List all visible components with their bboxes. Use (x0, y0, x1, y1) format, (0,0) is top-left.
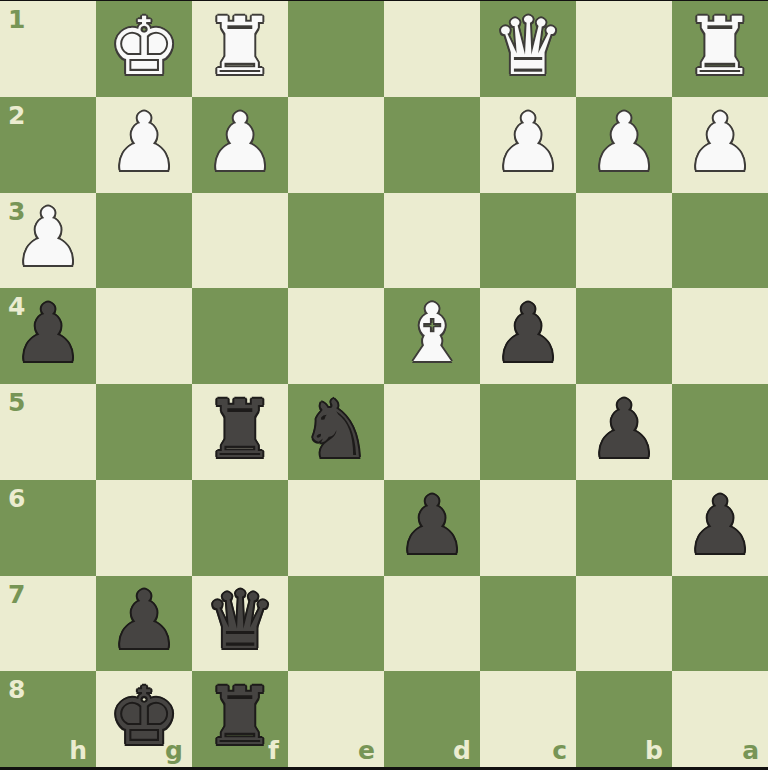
square-f1[interactable]: ♜ (192, 1, 288, 97)
square-b7[interactable] (576, 576, 672, 672)
chess-board: 1♚♜♛♜2♟♟♟♟♟3♟4♟♝♟5♜♞♟6♟♟7♟♛8hg♚f♜edcba (0, 1, 768, 767)
piece-white-bishop[interactable]: ♝ (396, 294, 468, 374)
piece-black-pawn[interactable]: ♟ (684, 486, 756, 566)
square-e5[interactable]: ♞ (288, 384, 384, 480)
square-h3[interactable]: 3♟ (0, 193, 96, 289)
square-f6[interactable] (192, 480, 288, 576)
square-c8[interactable]: c (480, 671, 576, 767)
square-d7[interactable] (384, 576, 480, 672)
square-d3[interactable] (384, 193, 480, 289)
square-c4[interactable]: ♟ (480, 288, 576, 384)
square-e3[interactable] (288, 193, 384, 289)
square-g8[interactable]: g♚ (96, 671, 192, 767)
square-e7[interactable] (288, 576, 384, 672)
piece-white-queen[interactable]: ♛ (492, 7, 564, 87)
square-e1[interactable] (288, 1, 384, 97)
piece-white-rook[interactable]: ♜ (204, 7, 276, 87)
piece-white-pawn[interactable]: ♟ (492, 103, 564, 183)
square-f4[interactable] (192, 288, 288, 384)
square-c5[interactable] (480, 384, 576, 480)
rank-label-8: 8 (8, 677, 25, 702)
square-a2[interactable]: ♟ (672, 97, 768, 193)
square-e4[interactable] (288, 288, 384, 384)
rank-label-1: 1 (8, 7, 25, 32)
square-b8[interactable]: b (576, 671, 672, 767)
square-h5[interactable]: 5 (0, 384, 96, 480)
square-a8[interactable]: a (672, 671, 768, 767)
square-g4[interactable] (96, 288, 192, 384)
piece-white-rook[interactable]: ♜ (684, 7, 756, 87)
piece-black-rook[interactable]: ♜ (204, 677, 276, 757)
square-h8[interactable]: 8h (0, 671, 96, 767)
square-g2[interactable]: ♟ (96, 97, 192, 193)
square-g1[interactable]: ♚ (96, 1, 192, 97)
square-d1[interactable] (384, 1, 480, 97)
square-d2[interactable] (384, 97, 480, 193)
square-a7[interactable] (672, 576, 768, 672)
rank-label-6: 6 (8, 486, 25, 511)
square-c7[interactable] (480, 576, 576, 672)
file-label-b: b (645, 738, 663, 763)
square-h2[interactable]: 2 (0, 97, 96, 193)
square-b3[interactable] (576, 193, 672, 289)
piece-black-queen[interactable]: ♛ (204, 581, 276, 661)
rank-label-7: 7 (8, 582, 25, 607)
square-g7[interactable]: ♟ (96, 576, 192, 672)
square-b1[interactable] (576, 1, 672, 97)
square-b4[interactable] (576, 288, 672, 384)
square-a5[interactable] (672, 384, 768, 480)
square-g3[interactable] (96, 193, 192, 289)
square-a1[interactable]: ♜ (672, 1, 768, 97)
square-h1[interactable]: 1 (0, 1, 96, 97)
square-e2[interactable] (288, 97, 384, 193)
piece-black-rook[interactable]: ♜ (204, 390, 276, 470)
piece-black-knight[interactable]: ♞ (300, 390, 372, 470)
piece-white-pawn[interactable]: ♟ (684, 103, 756, 183)
square-a3[interactable] (672, 193, 768, 289)
square-f2[interactable]: ♟ (192, 97, 288, 193)
square-f7[interactable]: ♛ (192, 576, 288, 672)
rank-label-5: 5 (8, 390, 25, 415)
square-b2[interactable]: ♟ (576, 97, 672, 193)
square-c1[interactable]: ♛ (480, 1, 576, 97)
file-label-e: e (358, 738, 375, 763)
file-label-c: c (552, 738, 567, 763)
piece-black-pawn[interactable]: ♟ (588, 390, 660, 470)
square-h7[interactable]: 7 (0, 576, 96, 672)
rank-label-2: 2 (8, 103, 25, 128)
square-b5[interactable]: ♟ (576, 384, 672, 480)
piece-black-pawn[interactable]: ♟ (396, 486, 468, 566)
piece-black-king[interactable]: ♚ (108, 677, 180, 757)
page-background: 1♚♜♛♜2♟♟♟♟♟3♟4♟♝♟5♜♞♟6♟♟7♟♛8hg♚f♜edcba (0, 0, 768, 770)
square-c3[interactable] (480, 193, 576, 289)
piece-white-pawn[interactable]: ♟ (588, 103, 660, 183)
square-f3[interactable] (192, 193, 288, 289)
square-a4[interactable] (672, 288, 768, 384)
piece-white-king[interactable]: ♚ (108, 7, 180, 87)
square-f8[interactable]: f♜ (192, 671, 288, 767)
square-d5[interactable] (384, 384, 480, 480)
piece-black-pawn[interactable]: ♟ (12, 294, 84, 374)
piece-white-pawn[interactable]: ♟ (12, 198, 84, 278)
square-e8[interactable]: e (288, 671, 384, 767)
square-d4[interactable]: ♝ (384, 288, 480, 384)
piece-black-pawn[interactable]: ♟ (492, 294, 564, 374)
square-c2[interactable]: ♟ (480, 97, 576, 193)
piece-white-pawn[interactable]: ♟ (108, 103, 180, 183)
square-h4[interactable]: 4♟ (0, 288, 96, 384)
piece-black-pawn[interactable]: ♟ (108, 581, 180, 661)
square-f5[interactable]: ♜ (192, 384, 288, 480)
square-c6[interactable] (480, 480, 576, 576)
square-d8[interactable]: d (384, 671, 480, 767)
square-e6[interactable] (288, 480, 384, 576)
square-g6[interactable] (96, 480, 192, 576)
file-label-a: a (742, 738, 759, 763)
square-a6[interactable]: ♟ (672, 480, 768, 576)
square-g5[interactable] (96, 384, 192, 480)
square-h6[interactable]: 6 (0, 480, 96, 576)
square-d6[interactable]: ♟ (384, 480, 480, 576)
piece-white-pawn[interactable]: ♟ (204, 103, 276, 183)
file-label-h: h (69, 738, 87, 763)
square-b6[interactable] (576, 480, 672, 576)
file-label-d: d (453, 738, 471, 763)
